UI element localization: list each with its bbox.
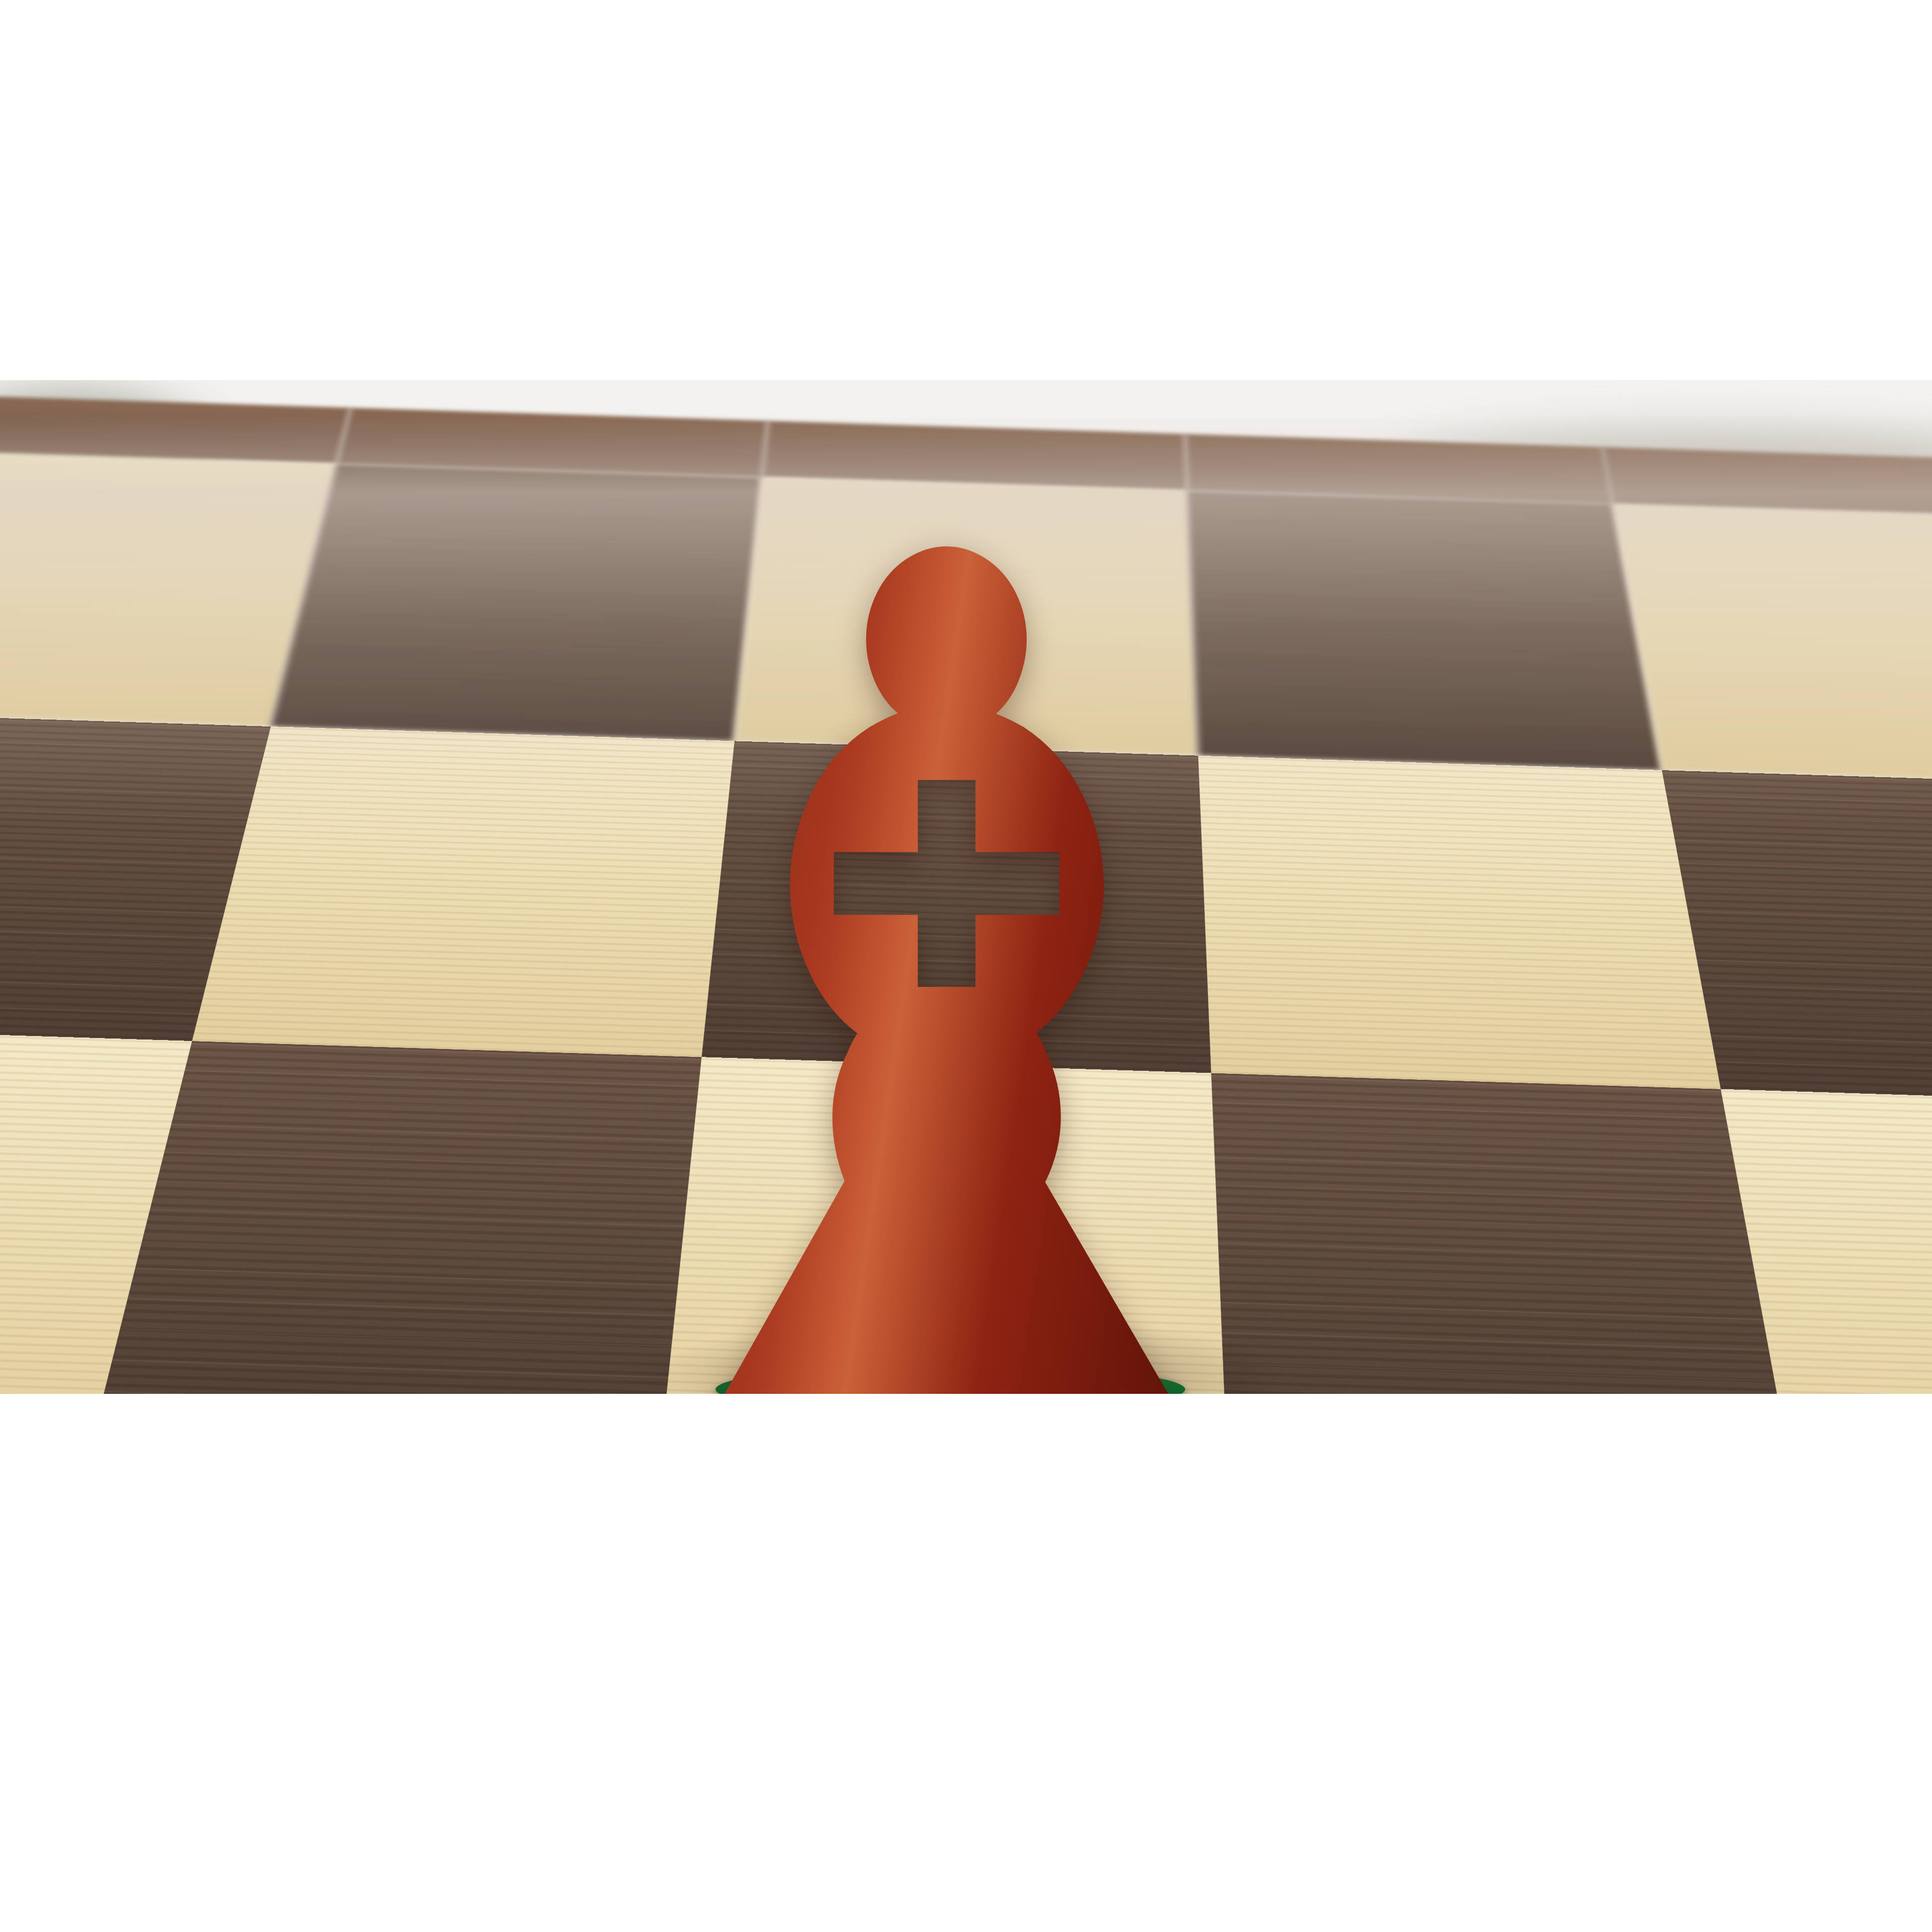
letterbox-bottom [0, 1394, 1932, 1932]
board-frame [0, 395, 351, 464]
photo-scene: ♝ [0, 380, 1932, 1394]
letterbox-top [0, 0, 1932, 380]
bishop-piece: ♝ [498, 409, 1395, 1394]
bishop-glyph: ♝ [498, 380, 1395, 1394]
board-square-light [1613, 504, 1932, 785]
